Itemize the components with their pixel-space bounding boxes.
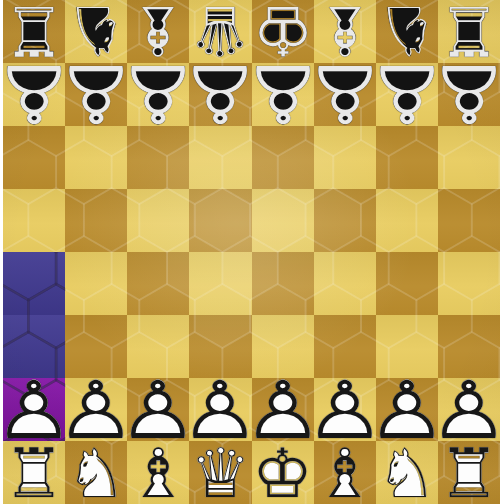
white-bishop-detail-icon: ♗ [314, 439, 375, 504]
square-c4[interactable] [127, 252, 189, 315]
white-queen-detail-icon: ♕ [190, 439, 251, 504]
square-e1[interactable]: ♚♔ [252, 441, 314, 504]
piece-white-rook[interactable]: ♜♖ [438, 441, 500, 504]
white-bishop-detail-icon: ♗ [128, 439, 189, 504]
white-king-detail-icon: ♔ [252, 439, 313, 504]
piece-white-knight[interactable]: ♞♘ [65, 441, 127, 504]
square-g1[interactable]: ♞♘ [376, 441, 438, 504]
white-rook-detail-icon: ♖ [4, 439, 65, 504]
square-a4[interactable] [3, 252, 65, 315]
square-b5[interactable] [65, 189, 127, 252]
square-h4[interactable] [438, 252, 500, 315]
square-c5[interactable] [127, 189, 189, 252]
piece-white-queen[interactable]: ♛♕ [189, 441, 251, 504]
white-knight-detail-icon: ♘ [66, 439, 127, 504]
white-rook-detail-icon: ♖ [438, 439, 499, 504]
black-pawn-detail-icon: ♙ [429, 54, 500, 134]
square-d4[interactable] [189, 252, 251, 315]
piece-white-king[interactable]: ♚♔ [252, 441, 314, 504]
piece-white-pawn[interactable]: ♟♙ [438, 378, 500, 441]
square-g5[interactable] [376, 189, 438, 252]
square-b1[interactable]: ♞♘ [65, 441, 127, 504]
square-h2[interactable]: ♟♙ [438, 378, 500, 441]
square-b4[interactable] [65, 252, 127, 315]
piece-white-knight[interactable]: ♞♘ [376, 441, 438, 504]
square-h1[interactable]: ♜♖ [438, 441, 500, 504]
chess-board: ♜♖♞♘♝♗♛♕♚♔♝♗♞♘♜♖♟♙♟♙♟♙♟♙♟♙♟♙♟♙♟♙♟♙♟♙♟♙♟♙… [3, 0, 500, 504]
square-e4[interactable] [252, 252, 314, 315]
piece-white-bishop[interactable]: ♝♗ [314, 441, 376, 504]
square-h7[interactable]: ♟♙ [438, 63, 500, 126]
square-a1[interactable]: ♜♖ [3, 441, 65, 504]
square-f1[interactable]: ♝♗ [314, 441, 376, 504]
white-knight-detail-icon: ♘ [376, 439, 437, 504]
piece-white-rook[interactable]: ♜♖ [3, 441, 65, 504]
square-d1[interactable]: ♛♕ [189, 441, 251, 504]
square-d5[interactable] [189, 189, 251, 252]
piece-white-bishop[interactable]: ♝♗ [127, 441, 189, 504]
chess-app-stage: ♜♖♞♘♝♗♛♕♚♔♝♗♞♘♜♖♟♙♟♙♟♙♟♙♟♙♟♙♟♙♟♙♟♙♟♙♟♙♟♙… [0, 0, 500, 504]
square-h5[interactable] [438, 189, 500, 252]
square-a5[interactable] [3, 189, 65, 252]
square-e5[interactable] [252, 189, 314, 252]
square-f5[interactable] [314, 189, 376, 252]
piece-black-pawn[interactable]: ♟♙ [438, 63, 500, 126]
square-c1[interactable]: ♝♗ [127, 441, 189, 504]
square-g4[interactable] [376, 252, 438, 315]
square-f4[interactable] [314, 252, 376, 315]
